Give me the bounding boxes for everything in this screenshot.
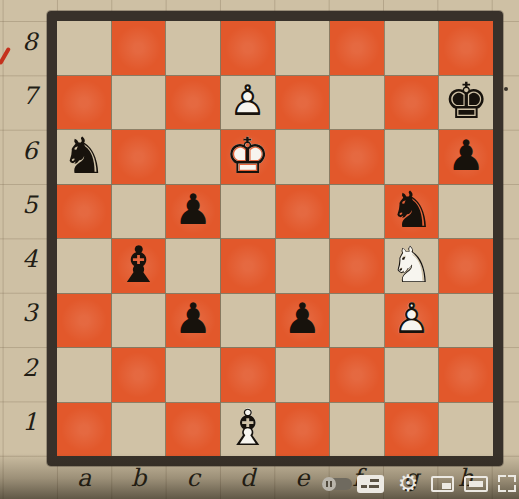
- autoplay-toggle[interactable]: [322, 478, 352, 490]
- theater-mode-icon[interactable]: [464, 476, 488, 492]
- subtitles-icon[interactable]: [357, 475, 384, 493]
- settings-gear-icon[interactable]: ⚙: [396, 471, 420, 495]
- fullscreen-icon[interactable]: [498, 475, 516, 492]
- video-frame: 87654321 ♟♙♚♞♚♔♟♟♞♝♞♘♟♟♟♙♝♗ abcdefgh ⚙: [0, 0, 519, 499]
- player-controls: ⚙: [0, 0, 519, 499]
- autoplay-toggle-knob: [322, 477, 336, 491]
- miniplayer-icon[interactable]: [431, 476, 454, 492]
